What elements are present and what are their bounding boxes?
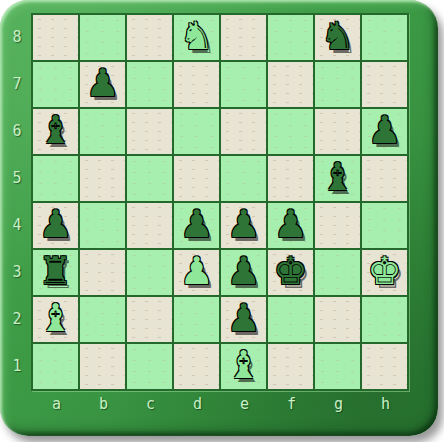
piece-black-pawn[interactable]: ♟: [226, 296, 260, 341]
piece-black-pawn[interactable]: ♟: [226, 249, 260, 294]
file-label-a: a: [33, 392, 80, 418]
rank-label-2: 2: [6, 297, 28, 342]
square-a5[interactable]: [33, 156, 78, 201]
rank-label-5: 5: [6, 156, 28, 201]
square-d1[interactable]: [174, 344, 219, 389]
piece-white-knight[interactable]: ♞: [179, 14, 213, 59]
piece-white-pawn[interactable]: ♟: [179, 249, 213, 294]
square-h1[interactable]: [362, 344, 407, 389]
square-a1[interactable]: [33, 344, 78, 389]
file-label-c: c: [127, 392, 174, 418]
square-b4[interactable]: [80, 203, 125, 248]
square-g8[interactable]: ♞: [315, 15, 360, 60]
square-c7[interactable]: [127, 62, 172, 107]
square-e4[interactable]: ♟: [221, 203, 266, 248]
square-d5[interactable]: [174, 156, 219, 201]
square-d4[interactable]: ♟: [174, 203, 219, 248]
rank-label-8: 8: [6, 15, 28, 60]
piece-white-bishop[interactable]: ♝: [38, 296, 72, 341]
file-label-f: f: [268, 392, 315, 418]
square-h6[interactable]: ♟: [362, 109, 407, 154]
piece-black-pawn[interactable]: ♟: [38, 202, 72, 247]
piece-black-knight[interactable]: ♞: [320, 14, 354, 59]
square-f5[interactable]: [268, 156, 313, 201]
square-b5[interactable]: [80, 156, 125, 201]
piece-black-pawn[interactable]: ♟: [85, 61, 119, 106]
square-d2[interactable]: [174, 297, 219, 342]
square-e2[interactable]: ♟: [221, 297, 266, 342]
file-label-g: g: [315, 392, 362, 418]
chess-app: 87654321 abcdefgh ♞♞♟♝♟♝♟♟♟♟♜♟♟♚♚♝♟♝: [0, 0, 444, 442]
square-g3[interactable]: [315, 250, 360, 295]
file-label-e: e: [221, 392, 268, 418]
square-h5[interactable]: [362, 156, 407, 201]
square-a6[interactable]: ♝: [33, 109, 78, 154]
rank-label-6: 6: [6, 109, 28, 154]
piece-black-bishop[interactable]: ♝: [38, 108, 72, 153]
square-f3[interactable]: ♚: [268, 250, 313, 295]
square-g4[interactable]: [315, 203, 360, 248]
square-f8[interactable]: [268, 15, 313, 60]
square-e3[interactable]: ♟: [221, 250, 266, 295]
square-c8[interactable]: [127, 15, 172, 60]
square-d6[interactable]: [174, 109, 219, 154]
square-e6[interactable]: [221, 109, 266, 154]
square-h2[interactable]: [362, 297, 407, 342]
square-e5[interactable]: [221, 156, 266, 201]
chess-board: ♞♞♟♝♟♝♟♟♟♟♜♟♟♚♚♝♟♝: [31, 13, 409, 391]
square-a3[interactable]: ♜: [33, 250, 78, 295]
square-e7[interactable]: [221, 62, 266, 107]
file-label-d: d: [174, 392, 221, 418]
square-a8[interactable]: [33, 15, 78, 60]
rank-label-7: 7: [6, 62, 28, 107]
square-h4[interactable]: [362, 203, 407, 248]
square-d8[interactable]: ♞: [174, 15, 219, 60]
square-b3[interactable]: [80, 250, 125, 295]
square-f6[interactable]: [268, 109, 313, 154]
square-e8[interactable]: [221, 15, 266, 60]
square-c3[interactable]: [127, 250, 172, 295]
square-c6[interactable]: [127, 109, 172, 154]
square-f1[interactable]: [268, 344, 313, 389]
square-f4[interactable]: ♟: [268, 203, 313, 248]
square-c1[interactable]: [127, 344, 172, 389]
square-h7[interactable]: [362, 62, 407, 107]
rank-labels: 87654321: [6, 15, 28, 391]
square-a4[interactable]: ♟: [33, 203, 78, 248]
square-g5[interactable]: ♝: [315, 156, 360, 201]
piece-black-king[interactable]: ♚: [273, 249, 307, 294]
square-d7[interactable]: [174, 62, 219, 107]
square-b8[interactable]: [80, 15, 125, 60]
piece-black-pawn[interactable]: ♟: [367, 108, 401, 153]
piece-white-bishop[interactable]: ♝: [226, 343, 260, 388]
square-c4[interactable]: [127, 203, 172, 248]
square-g1[interactable]: [315, 344, 360, 389]
rank-label-4: 4: [6, 203, 28, 248]
rank-label-3: 3: [6, 250, 28, 295]
piece-white-king[interactable]: ♚: [367, 249, 401, 294]
square-b7[interactable]: ♟: [80, 62, 125, 107]
file-label-h: h: [362, 392, 409, 418]
piece-black-pawn[interactable]: ♟: [179, 202, 213, 247]
square-g6[interactable]: [315, 109, 360, 154]
square-h8[interactable]: [362, 15, 407, 60]
square-f7[interactable]: [268, 62, 313, 107]
square-e1[interactable]: ♝: [221, 344, 266, 389]
square-d3[interactable]: ♟: [174, 250, 219, 295]
square-b2[interactable]: [80, 297, 125, 342]
file-labels: abcdefgh: [33, 392, 409, 418]
square-h3[interactable]: ♚: [362, 250, 407, 295]
square-c2[interactable]: [127, 297, 172, 342]
square-a2[interactable]: ♝: [33, 297, 78, 342]
square-b1[interactable]: [80, 344, 125, 389]
square-a7[interactable]: [33, 62, 78, 107]
piece-black-bishop[interactable]: ♝: [320, 155, 354, 200]
rank-label-1: 1: [6, 344, 28, 389]
square-f2[interactable]: [268, 297, 313, 342]
square-g2[interactable]: [315, 297, 360, 342]
square-c5[interactable]: [127, 156, 172, 201]
square-g7[interactable]: [315, 62, 360, 107]
file-label-b: b: [80, 392, 127, 418]
piece-black-pawn[interactable]: ♟: [273, 202, 307, 247]
chess-board-window: 87654321 abcdefgh ♞♞♟♝♟♝♟♟♟♟♜♟♟♚♚♝♟♝: [0, 0, 438, 436]
piece-black-rook[interactable]: ♜: [38, 249, 72, 294]
piece-black-pawn[interactable]: ♟: [226, 202, 260, 247]
square-b6[interactable]: [80, 109, 125, 154]
